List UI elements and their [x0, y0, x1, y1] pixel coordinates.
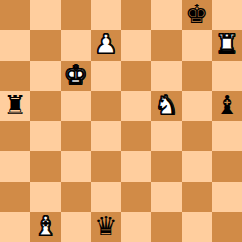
square-g8[interactable]: ♚ [182, 0, 212, 30]
square-h6[interactable] [212, 61, 242, 91]
square-g7[interactable] [182, 30, 212, 60]
square-g6[interactable] [182, 61, 212, 91]
square-c5[interactable] [61, 91, 91, 121]
square-g5[interactable] [182, 91, 212, 121]
square-h7[interactable]: ♜ [212, 30, 242, 60]
square-d5[interactable] [91, 91, 121, 121]
square-g4[interactable] [182, 121, 212, 151]
square-c4[interactable] [61, 121, 91, 151]
square-f4[interactable] [151, 121, 181, 151]
square-b4[interactable] [30, 121, 60, 151]
square-d3[interactable] [91, 151, 121, 181]
square-g2[interactable] [182, 182, 212, 212]
square-d8[interactable] [91, 0, 121, 30]
square-d2[interactable] [91, 182, 121, 212]
square-c1[interactable] [61, 212, 91, 242]
square-e1[interactable] [121, 212, 151, 242]
square-h2[interactable] [212, 182, 242, 212]
square-f5[interactable]: ♞ [151, 91, 181, 121]
square-h4[interactable] [212, 121, 242, 151]
square-h1[interactable] [212, 212, 242, 242]
square-c2[interactable] [61, 182, 91, 212]
square-f1[interactable] [151, 212, 181, 242]
piece-black-rook: ♜ [3, 92, 26, 118]
square-d4[interactable] [91, 121, 121, 151]
square-b6[interactable] [30, 61, 60, 91]
square-f7[interactable] [151, 30, 181, 60]
square-e6[interactable] [121, 61, 151, 91]
square-f8[interactable] [151, 0, 181, 30]
piece-white-pawn: ♟ [94, 31, 117, 57]
square-d6[interactable] [91, 61, 121, 91]
square-f6[interactable] [151, 61, 181, 91]
square-b1[interactable]: ♝ [30, 212, 60, 242]
square-e7[interactable] [121, 30, 151, 60]
piece-black-king: ♚ [185, 1, 208, 27]
square-f3[interactable] [151, 151, 181, 181]
square-c8[interactable] [61, 0, 91, 30]
piece-white-knight: ♞ [155, 92, 178, 118]
square-e3[interactable] [121, 151, 151, 181]
square-a2[interactable] [0, 182, 30, 212]
square-c7[interactable] [61, 30, 91, 60]
square-h8[interactable] [212, 0, 242, 30]
square-h3[interactable] [212, 151, 242, 181]
square-e2[interactable] [121, 182, 151, 212]
square-b7[interactable] [30, 30, 60, 60]
piece-white-bishop: ♝ [34, 213, 57, 239]
square-b8[interactable] [30, 0, 60, 30]
square-b5[interactable] [30, 91, 60, 121]
square-f2[interactable] [151, 182, 181, 212]
square-h5[interactable]: ♝ [212, 91, 242, 121]
piece-black-queen: ♛ [94, 213, 117, 239]
square-a5[interactable]: ♜ [0, 91, 30, 121]
chess-board: ♚♟♜♚♜♞♝♝♛ [0, 0, 242, 242]
square-c3[interactable] [61, 151, 91, 181]
square-a8[interactable] [0, 0, 30, 30]
square-a3[interactable] [0, 151, 30, 181]
square-c6[interactable]: ♚ [61, 61, 91, 91]
square-g3[interactable] [182, 151, 212, 181]
square-b2[interactable] [30, 182, 60, 212]
square-e5[interactable] [121, 91, 151, 121]
piece-white-king: ♚ [64, 62, 87, 88]
square-g1[interactable] [182, 212, 212, 242]
square-d7[interactable]: ♟ [91, 30, 121, 60]
square-a4[interactable] [0, 121, 30, 151]
square-d1[interactable]: ♛ [91, 212, 121, 242]
square-e8[interactable] [121, 0, 151, 30]
piece-black-bishop: ♝ [215, 92, 238, 118]
square-a6[interactable] [0, 61, 30, 91]
piece-white-rook: ♜ [215, 31, 238, 57]
square-a1[interactable] [0, 212, 30, 242]
square-b3[interactable] [30, 151, 60, 181]
square-a7[interactable] [0, 30, 30, 60]
square-e4[interactable] [121, 121, 151, 151]
